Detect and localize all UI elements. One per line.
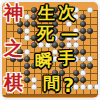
go-thumbnail: 神 之 棋 生 死 瞬 間 次 一 手 ? — [0, 0, 100, 100]
text-char-sheng: 生 — [38, 5, 55, 22]
title-char-shen: 神 — [4, 3, 23, 22]
title-char-qi: 棋 — [4, 73, 23, 92]
text-char-yi: 一 — [61, 27, 78, 44]
title-char-zhi: 之 — [4, 39, 23, 58]
text-char-ci: 次 — [58, 4, 75, 21]
text-char-shun: 瞬 — [35, 52, 52, 69]
white-stone — [94, 84, 100, 90]
text-char-jian: 間 — [43, 75, 60, 92]
board-bottom-edge — [2, 95, 98, 97]
text-char-shou: 手 — [58, 50, 75, 67]
text-char-si: 死 — [37, 25, 54, 42]
question-mark: ? — [63, 76, 74, 95]
